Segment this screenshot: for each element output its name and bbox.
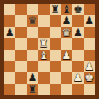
square-g2[interactable]: ♟	[72, 72, 83, 83]
piece-black-pawn[interactable]: ♟	[28, 72, 37, 83]
square-b6[interactable]	[15, 27, 26, 38]
square-e8[interactable]: ♜	[50, 4, 61, 15]
square-b5[interactable]	[15, 38, 26, 49]
piece-white-pawn[interactable]: ♟	[85, 61, 94, 72]
square-g3[interactable]	[72, 61, 83, 72]
square-a4[interactable]	[4, 50, 15, 61]
square-b3[interactable]	[15, 61, 26, 72]
piece-white-pawn[interactable]: ♟	[62, 50, 71, 61]
square-g8[interactable]: ♚	[72, 4, 83, 15]
square-h5[interactable]	[84, 38, 95, 49]
square-h2[interactable]: ♚	[84, 72, 95, 83]
square-h7[interactable]: ♟	[84, 15, 95, 26]
square-d4[interactable]: ♝	[38, 50, 49, 61]
square-d5[interactable]: ♜	[38, 38, 49, 49]
square-c3[interactable]	[27, 61, 38, 72]
piece-black-queen[interactable]: ♛	[28, 15, 37, 26]
square-g7[interactable]	[72, 15, 83, 26]
square-e4[interactable]	[50, 50, 61, 61]
square-d8[interactable]	[38, 4, 49, 15]
square-a7[interactable]	[4, 15, 15, 26]
square-g4[interactable]	[72, 50, 83, 61]
piece-black-rook[interactable]: ♜	[28, 84, 37, 95]
square-c1[interactable]: ♜	[27, 84, 38, 95]
square-e7[interactable]	[50, 15, 61, 26]
square-e1[interactable]	[50, 84, 61, 95]
square-h4[interactable]	[84, 50, 95, 61]
square-f2[interactable]	[61, 72, 72, 83]
square-d7[interactable]	[38, 15, 49, 26]
square-g5[interactable]	[72, 38, 83, 49]
square-d3[interactable]	[38, 61, 49, 72]
square-a6[interactable]: ♟	[4, 27, 15, 38]
chess-board-frame: ♜♝♚♛♟♟♟♛♟♜♝♟♟♟♟♚♜	[0, 0, 99, 99]
square-f5[interactable]	[61, 38, 72, 49]
square-b8[interactable]	[15, 4, 26, 15]
square-e3[interactable]	[50, 61, 61, 72]
square-a1[interactable]	[4, 84, 15, 95]
chess-board: ♜♝♚♛♟♟♟♛♟♜♝♟♟♟♟♚♜	[4, 4, 95, 95]
square-c6[interactable]	[27, 27, 38, 38]
piece-black-rook[interactable]: ♜	[50, 4, 59, 15]
square-h6[interactable]	[84, 27, 95, 38]
piece-black-pawn[interactable]: ♟	[85, 15, 94, 26]
square-b4[interactable]	[15, 50, 26, 61]
square-a3[interactable]	[4, 61, 15, 72]
square-c4[interactable]	[27, 50, 38, 61]
square-f1[interactable]	[61, 84, 72, 95]
square-f8[interactable]: ♝	[61, 4, 72, 15]
square-f4[interactable]: ♟	[61, 50, 72, 61]
square-c8[interactable]	[27, 4, 38, 15]
square-b1[interactable]	[15, 84, 26, 95]
square-c7[interactable]: ♛	[27, 15, 38, 26]
square-a8[interactable]	[4, 4, 15, 15]
square-f3[interactable]	[61, 61, 72, 72]
piece-black-pawn[interactable]: ♟	[73, 27, 82, 38]
piece-black-pawn[interactable]: ♟	[62, 15, 71, 26]
piece-white-rook[interactable]: ♜	[39, 38, 48, 49]
square-b2[interactable]	[15, 72, 26, 83]
square-b7[interactable]	[15, 15, 26, 26]
square-g1[interactable]	[72, 84, 83, 95]
piece-white-bishop[interactable]: ♝	[39, 50, 48, 61]
piece-black-bishop[interactable]: ♝	[62, 4, 71, 15]
square-a2[interactable]	[4, 72, 15, 83]
piece-white-king[interactable]: ♚	[85, 72, 94, 83]
square-c2[interactable]: ♟	[27, 72, 38, 83]
piece-black-pawn[interactable]: ♟	[5, 27, 14, 38]
piece-black-king[interactable]: ♚	[73, 4, 82, 15]
square-d6[interactable]	[38, 27, 49, 38]
square-a5[interactable]	[4, 38, 15, 49]
square-h8[interactable]	[84, 4, 95, 15]
square-d2[interactable]	[38, 72, 49, 83]
square-h1[interactable]	[84, 84, 95, 95]
square-e5[interactable]	[50, 38, 61, 49]
piece-white-queen[interactable]: ♛	[62, 27, 71, 38]
square-c5[interactable]	[27, 38, 38, 49]
square-e2[interactable]	[50, 72, 61, 83]
square-h3[interactable]: ♟	[84, 61, 95, 72]
square-g6[interactable]: ♟	[72, 27, 83, 38]
square-f7[interactable]: ♟	[61, 15, 72, 26]
square-e6[interactable]	[50, 27, 61, 38]
piece-white-pawn[interactable]: ♟	[73, 72, 82, 83]
square-f6[interactable]: ♛	[61, 27, 72, 38]
square-d1[interactable]	[38, 84, 49, 95]
